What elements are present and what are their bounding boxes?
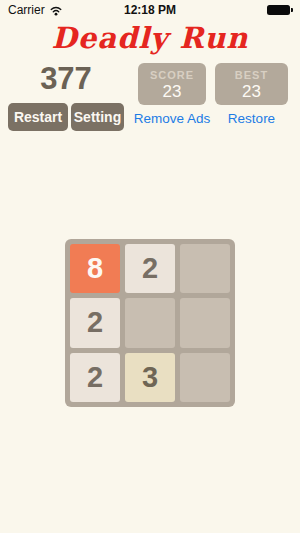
score-box: SCORE 23: [138, 63, 206, 105]
setting-button[interactable]: Setting: [71, 103, 124, 131]
restore-link[interactable]: Restore: [215, 111, 288, 126]
tile-2: 2: [70, 353, 120, 402]
score-box-label: SCORE: [150, 68, 194, 82]
app-screen: Carrier 12:18 PM Deadly Run 377 Restart …: [0, 0, 300, 533]
best-box-label: BEST: [235, 68, 268, 82]
tile-2: 2: [70, 298, 120, 347]
app-title: Deadly Run: [0, 21, 300, 55]
run-score-display: 377: [8, 61, 124, 97]
best-box: BEST 23: [215, 63, 288, 105]
empty-cell: [180, 298, 230, 347]
remove-ads-link[interactable]: Remove Ads: [130, 111, 214, 126]
tile-2: 2: [125, 244, 175, 293]
empty-cell: [125, 298, 175, 347]
status-bar: Carrier 12:18 PM: [0, 0, 300, 20]
score-box-value: 23: [163, 82, 182, 101]
time-label: 12:18 PM: [0, 0, 300, 20]
empty-cell: [180, 353, 230, 402]
restart-button[interactable]: Restart: [8, 103, 68, 131]
tile-8: 8: [70, 244, 120, 293]
battery-icon: [267, 5, 290, 15]
board[interactable]: 82223: [65, 239, 235, 407]
empty-cell: [180, 244, 230, 293]
tile-3: 3: [125, 353, 175, 402]
best-box-value: 23: [242, 82, 261, 101]
